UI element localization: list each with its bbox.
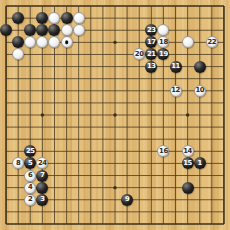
stone-black (36, 12, 48, 24)
go-board[interactable]: 1234567891011121314151617181920212223242… (0, 0, 230, 230)
move-number-label: 21 (147, 51, 156, 58)
move-number-label: 7 (40, 172, 44, 179)
stone-white (73, 24, 85, 36)
move-stone-18-white: 18 (157, 36, 169, 48)
move-number-label: 25 (26, 148, 35, 155)
move-stone-20-white: 20 (133, 48, 145, 60)
move-stone-4-white: 4 (24, 182, 36, 194)
move-number-label: 11 (171, 63, 180, 70)
stone-white (36, 36, 48, 48)
move-stone-1-black: 1 (194, 157, 206, 169)
move-stone-3-black: 3 (36, 194, 48, 206)
stone-white (61, 24, 73, 36)
move-stone-22-white: 22 (206, 36, 218, 48)
move-number-label: 16 (159, 148, 168, 155)
stone-black (24, 24, 36, 36)
move-stone-11-black: 11 (170, 61, 182, 73)
stone-white (157, 24, 169, 36)
move-number-label: 1 (198, 160, 202, 167)
stone-black (12, 36, 24, 48)
move-stone-14-white: 14 (182, 145, 194, 157)
move-stone-19-black: 19 (157, 48, 169, 60)
stone-white (48, 36, 60, 48)
move-number-label: 20 (135, 51, 144, 58)
move-number-label: 12 (171, 87, 180, 94)
stone-white (73, 12, 85, 24)
board-grid: 1234567891011121314151617181920212223242… (0, 0, 230, 230)
move-number-label: 2 (28, 196, 32, 203)
move-stone-5-black: 5 (24, 157, 36, 169)
move-stone-24-white: 24 (36, 157, 48, 169)
move-number-label: 10 (195, 87, 204, 94)
move-stone-6-white: 6 (24, 170, 36, 182)
move-number-label: 5 (28, 160, 32, 167)
move-stone-12-white: 12 (170, 85, 182, 97)
move-number-label: 3 (40, 196, 44, 203)
move-number-label: 23 (147, 27, 156, 34)
stone-black (36, 182, 48, 194)
marked-stone-dot-icon (65, 41, 69, 45)
move-stone-10-white: 10 (194, 85, 206, 97)
move-stone-17-black: 17 (145, 36, 157, 48)
move-number-label: 24 (38, 160, 47, 167)
move-number-label: 8 (16, 160, 20, 167)
stone-black (48, 24, 60, 36)
move-stone-2-white: 2 (24, 194, 36, 206)
move-number-label: 13 (147, 63, 156, 70)
stone-white (61, 36, 73, 48)
move-number-label: 6 (28, 172, 32, 179)
move-stone-25-black: 25 (24, 145, 36, 157)
stone-white (12, 48, 24, 60)
stone-black (12, 12, 24, 24)
move-number-label: 4 (28, 184, 32, 191)
stone-black (36, 24, 48, 36)
move-stone-9-black: 9 (121, 194, 133, 206)
move-number-label: 9 (125, 196, 129, 203)
move-stone-8-white: 8 (12, 157, 24, 169)
stone-black (182, 182, 194, 194)
stone-black (0, 24, 12, 36)
move-number-label: 18 (159, 39, 168, 46)
stone-black (61, 12, 73, 24)
move-number-label: 17 (147, 39, 156, 46)
stone-white (182, 36, 194, 48)
move-stone-13-black: 13 (145, 61, 157, 73)
stone-white (24, 36, 36, 48)
move-stone-16-white: 16 (157, 145, 169, 157)
stone-black (194, 61, 206, 73)
move-number-label: 22 (207, 39, 216, 46)
go-diagram: 1234567891011121314151617181920212223242… (0, 0, 230, 230)
move-stone-21-black: 21 (145, 48, 157, 60)
move-stone-23-black: 23 (145, 24, 157, 36)
stone-white (48, 12, 60, 24)
move-stone-7-black: 7 (36, 170, 48, 182)
move-stone-15-black: 15 (182, 157, 194, 169)
move-number-label: 19 (159, 51, 168, 58)
move-number-label: 14 (183, 148, 192, 155)
move-number-label: 15 (183, 160, 192, 167)
